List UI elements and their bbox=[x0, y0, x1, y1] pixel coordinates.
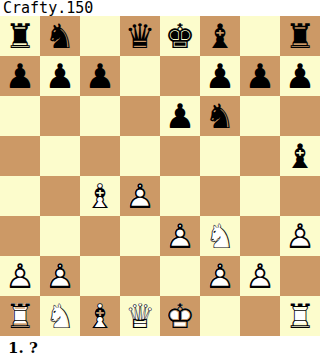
square-g4[interactable] bbox=[240, 176, 280, 216]
square-h1[interactable]: ♜♖ bbox=[280, 296, 320, 336]
black-piece-glyph: ♝ bbox=[280, 136, 320, 176]
piece-black-knight[interactable]: ♞ bbox=[40, 16, 80, 56]
chess-board: ♜♞♛♚♝♜♟♟♟♟♟♟♟♞♝♝♗♟♙♟♙♞♘♟♙♟♙♟♙♟♙♟♙♜♖♞♘♝♗♛… bbox=[0, 16, 320, 336]
square-g8[interactable] bbox=[240, 16, 280, 56]
square-b5[interactable] bbox=[40, 136, 80, 176]
black-piece-glyph: ♜ bbox=[0, 16, 40, 56]
square-h2[interactable] bbox=[280, 256, 320, 296]
piece-black-pawn[interactable]: ♟ bbox=[280, 56, 320, 96]
black-piece-glyph: ♟ bbox=[160, 96, 200, 136]
piece-white-knight[interactable]: ♞♘ bbox=[40, 296, 80, 336]
square-g6[interactable] bbox=[240, 96, 280, 136]
black-piece-glyph: ♝ bbox=[200, 16, 240, 56]
piece-black-pawn[interactable]: ♟ bbox=[160, 96, 200, 136]
white-piece-outline: ♕ bbox=[120, 296, 160, 336]
square-e4[interactable] bbox=[160, 176, 200, 216]
white-piece-outline: ♗ bbox=[80, 176, 120, 216]
white-piece-outline: ♖ bbox=[280, 296, 320, 336]
square-f2[interactable]: ♟♙ bbox=[200, 256, 240, 296]
square-a3[interactable] bbox=[0, 216, 40, 256]
square-b4[interactable] bbox=[40, 176, 80, 216]
square-a6[interactable] bbox=[0, 96, 40, 136]
piece-white-pawn[interactable]: ♟♙ bbox=[160, 216, 200, 256]
square-g5[interactable] bbox=[240, 136, 280, 176]
square-b3[interactable] bbox=[40, 216, 80, 256]
black-piece-glyph: ♟ bbox=[80, 56, 120, 96]
square-b2[interactable]: ♟♙ bbox=[40, 256, 80, 296]
square-b7[interactable]: ♟ bbox=[40, 56, 80, 96]
square-c6[interactable] bbox=[80, 96, 120, 136]
square-a4[interactable] bbox=[0, 176, 40, 216]
square-g2[interactable]: ♟♙ bbox=[240, 256, 280, 296]
square-h6[interactable] bbox=[280, 96, 320, 136]
white-piece-outline: ♘ bbox=[40, 296, 80, 336]
square-g3[interactable] bbox=[240, 216, 280, 256]
white-piece-outline: ♗ bbox=[80, 296, 120, 336]
square-e2[interactable] bbox=[160, 256, 200, 296]
black-piece-glyph: ♞ bbox=[200, 96, 240, 136]
square-a8[interactable]: ♜ bbox=[0, 16, 40, 56]
square-e3[interactable]: ♟♙ bbox=[160, 216, 200, 256]
black-piece-glyph: ♛ bbox=[120, 16, 160, 56]
square-c3[interactable] bbox=[80, 216, 120, 256]
square-f3[interactable]: ♞♘ bbox=[200, 216, 240, 256]
piece-white-bishop[interactable]: ♝♗ bbox=[80, 296, 120, 336]
black-piece-glyph: ♟ bbox=[0, 56, 40, 96]
piece-black-bishop[interactable]: ♝ bbox=[200, 16, 240, 56]
white-piece-outline: ♔ bbox=[160, 296, 200, 336]
piece-white-rook[interactable]: ♜♖ bbox=[0, 296, 40, 336]
square-b1[interactable]: ♞♘ bbox=[40, 296, 80, 336]
square-d1[interactable]: ♛♕ bbox=[120, 296, 160, 336]
square-d5[interactable] bbox=[120, 136, 160, 176]
piece-black-knight[interactable]: ♞ bbox=[200, 96, 240, 136]
black-piece-glyph: ♚ bbox=[160, 16, 200, 56]
square-h4[interactable] bbox=[280, 176, 320, 216]
square-a5[interactable] bbox=[0, 136, 40, 176]
square-e8[interactable]: ♚ bbox=[160, 16, 200, 56]
square-e5[interactable] bbox=[160, 136, 200, 176]
square-c5[interactable] bbox=[80, 136, 120, 176]
square-d2[interactable] bbox=[120, 256, 160, 296]
piece-black-pawn[interactable]: ♟ bbox=[80, 56, 120, 96]
square-g7[interactable]: ♟ bbox=[240, 56, 280, 96]
square-a2[interactable]: ♟♙ bbox=[0, 256, 40, 296]
square-e6[interactable]: ♟ bbox=[160, 96, 200, 136]
square-c4[interactable]: ♝♗ bbox=[80, 176, 120, 216]
square-a1[interactable]: ♜♖ bbox=[0, 296, 40, 336]
black-piece-glyph: ♟ bbox=[40, 56, 80, 96]
piece-white-pawn[interactable]: ♟♙ bbox=[240, 256, 280, 296]
square-d3[interactable] bbox=[120, 216, 160, 256]
black-piece-glyph: ♞ bbox=[40, 16, 80, 56]
square-f6[interactable]: ♞ bbox=[200, 96, 240, 136]
piece-black-pawn[interactable]: ♟ bbox=[40, 56, 80, 96]
piece-white-knight[interactable]: ♞♘ bbox=[200, 216, 240, 256]
square-e7[interactable] bbox=[160, 56, 200, 96]
square-c7[interactable]: ♟ bbox=[80, 56, 120, 96]
piece-black-pawn[interactable]: ♟ bbox=[0, 56, 40, 96]
white-piece-outline: ♙ bbox=[120, 176, 160, 216]
move-counter-status: 1. ? bbox=[0, 336, 320, 360]
black-piece-glyph: ♟ bbox=[200, 56, 240, 96]
piece-black-pawn[interactable]: ♟ bbox=[240, 56, 280, 96]
square-h3[interactable]: ♟♙ bbox=[280, 216, 320, 256]
piece-black-rook[interactable]: ♜ bbox=[280, 16, 320, 56]
black-piece-glyph: ♟ bbox=[240, 56, 280, 96]
white-piece-outline: ♙ bbox=[0, 256, 40, 296]
square-d6[interactable] bbox=[120, 96, 160, 136]
square-g1[interactable] bbox=[240, 296, 280, 336]
black-piece-glyph: ♟ bbox=[280, 56, 320, 96]
piece-black-queen[interactable]: ♛ bbox=[120, 16, 160, 56]
white-piece-outline: ♘ bbox=[200, 216, 240, 256]
square-b6[interactable] bbox=[40, 96, 80, 136]
piece-white-pawn[interactable]: ♟♙ bbox=[280, 216, 320, 256]
square-f5[interactable] bbox=[200, 136, 240, 176]
white-piece-outline: ♖ bbox=[0, 296, 40, 336]
piece-white-bishop[interactable]: ♝♗ bbox=[80, 176, 120, 216]
piece-white-king[interactable]: ♚♔ bbox=[160, 296, 200, 336]
piece-black-bishop[interactable]: ♝ bbox=[280, 136, 320, 176]
square-d7[interactable] bbox=[120, 56, 160, 96]
piece-white-rook[interactable]: ♜♖ bbox=[280, 296, 320, 336]
piece-white-pawn[interactable]: ♟♙ bbox=[120, 176, 160, 216]
white-piece-outline: ♙ bbox=[200, 256, 240, 296]
square-f4[interactable] bbox=[200, 176, 240, 216]
square-h8[interactable]: ♜ bbox=[280, 16, 320, 56]
crafty-window: Crafty.150 ♜♞♛♚♝♜♟♟♟♟♟♟♟♞♝♝♗♟♙♟♙♞♘♟♙♟♙♟♙… bbox=[0, 0, 320, 360]
piece-black-pawn[interactable]: ♟ bbox=[200, 56, 240, 96]
square-a7[interactable]: ♟ bbox=[0, 56, 40, 96]
square-b8[interactable]: ♞ bbox=[40, 16, 80, 56]
square-h7[interactable]: ♟ bbox=[280, 56, 320, 96]
white-piece-outline: ♙ bbox=[280, 216, 320, 256]
white-piece-outline: ♙ bbox=[240, 256, 280, 296]
white-piece-outline: ♙ bbox=[160, 216, 200, 256]
square-f7[interactable]: ♟ bbox=[200, 56, 240, 96]
black-piece-glyph: ♜ bbox=[280, 16, 320, 56]
white-piece-outline: ♙ bbox=[40, 256, 80, 296]
window-title: Crafty.150 bbox=[0, 0, 320, 16]
piece-white-pawn[interactable]: ♟♙ bbox=[0, 256, 40, 296]
square-c8[interactable] bbox=[80, 16, 120, 56]
square-c1[interactable]: ♝♗ bbox=[80, 296, 120, 336]
piece-white-pawn[interactable]: ♟♙ bbox=[200, 256, 240, 296]
square-d8[interactable]: ♛ bbox=[120, 16, 160, 56]
piece-black-rook[interactable]: ♜ bbox=[0, 16, 40, 56]
square-h5[interactable]: ♝ bbox=[280, 136, 320, 176]
square-e1[interactable]: ♚♔ bbox=[160, 296, 200, 336]
square-d4[interactable]: ♟♙ bbox=[120, 176, 160, 216]
piece-black-king[interactable]: ♚ bbox=[160, 16, 200, 56]
square-c2[interactable] bbox=[80, 256, 120, 296]
square-f8[interactable]: ♝ bbox=[200, 16, 240, 56]
piece-white-pawn[interactable]: ♟♙ bbox=[40, 256, 80, 296]
piece-white-queen[interactable]: ♛♕ bbox=[120, 296, 160, 336]
square-f1[interactable] bbox=[200, 296, 240, 336]
